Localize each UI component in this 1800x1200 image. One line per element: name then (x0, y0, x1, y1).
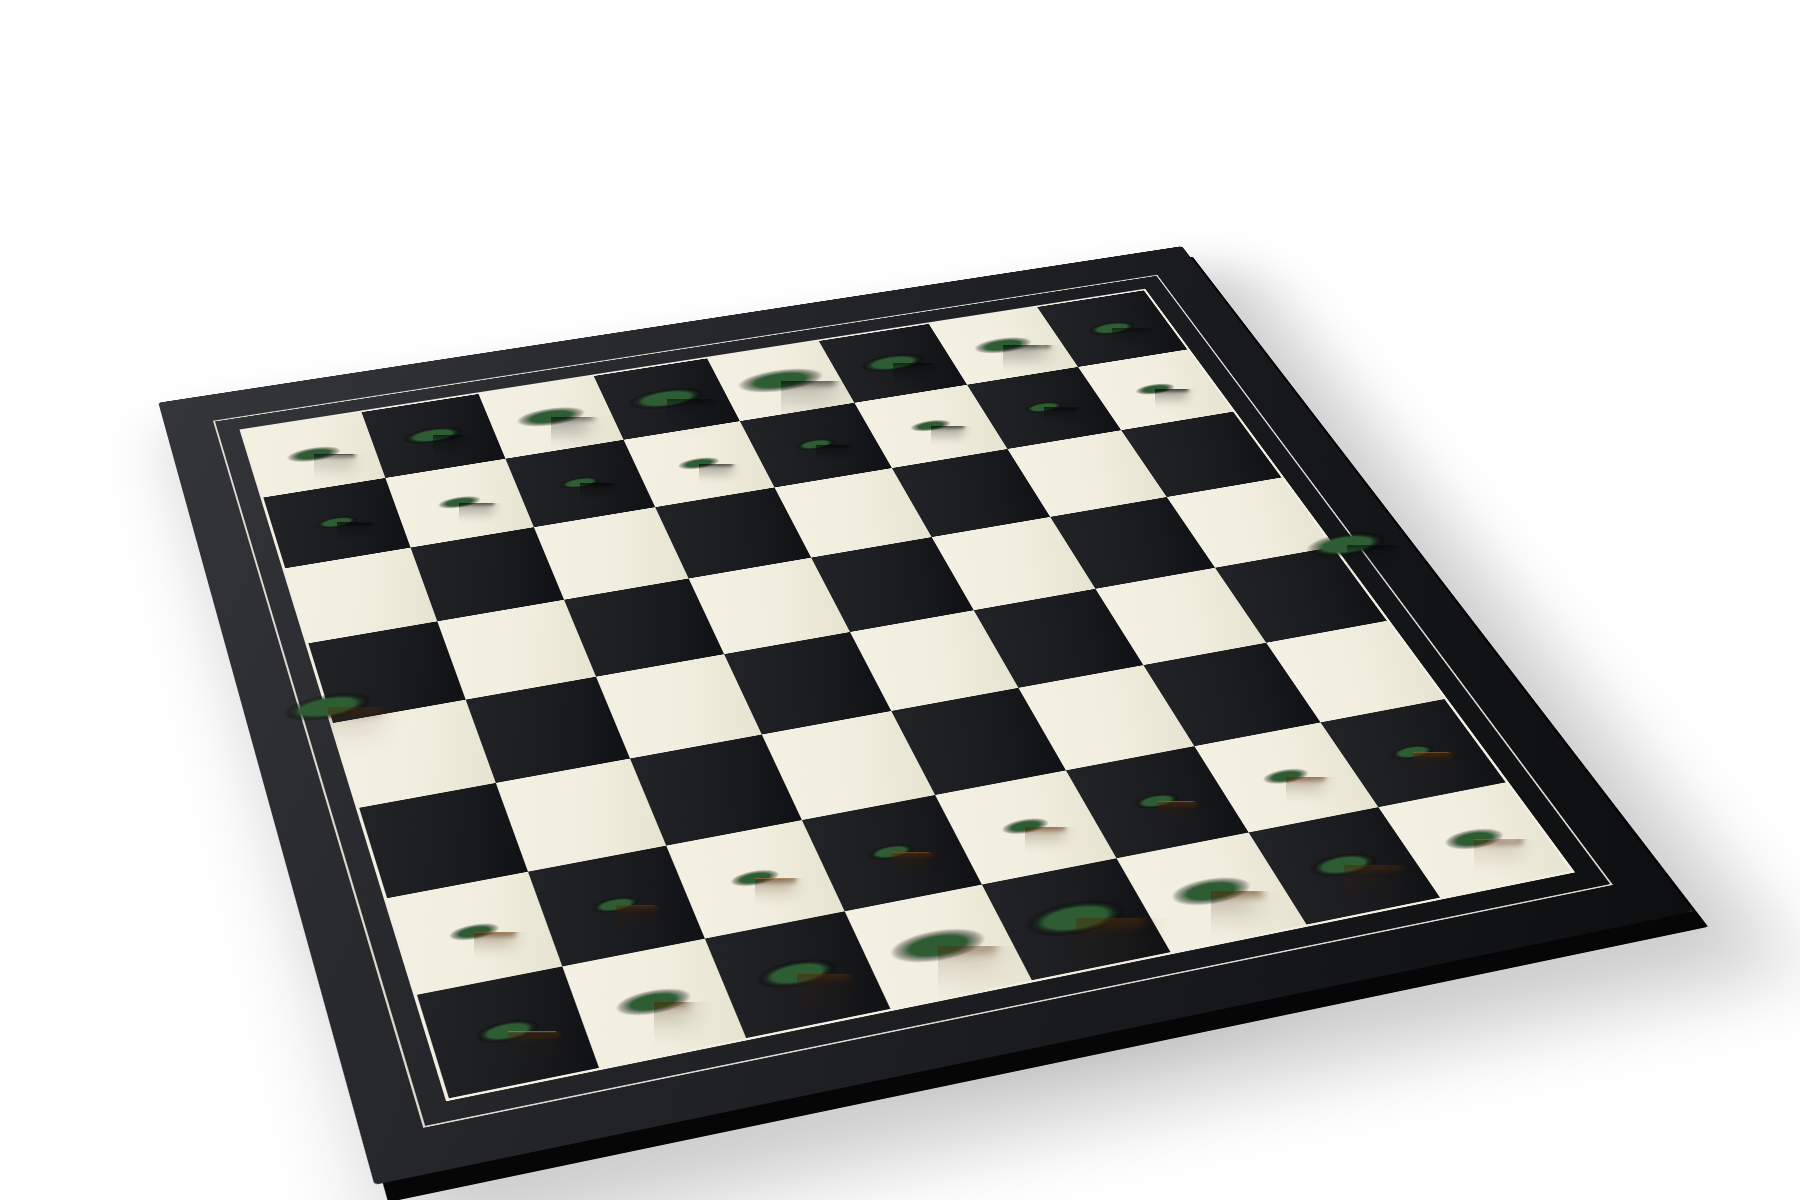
white-queen-glyph: ♛ (223, 507, 433, 742)
black-pawn-glyph: ♟ (1107, 298, 1203, 405)
black-pawn-glyph: ♟ (995, 316, 1091, 424)
white-knight-glyph: ♞ (563, 832, 743, 1032)
scene: ♜♞♝♛♚♝♞♜♟♟♟♟♟♟♟♟♛♛♟♟♟♟♟♟♟♟♜♞♝♛♚♝♞♜ (0, 0, 1800, 1200)
black-pawn-glyph: ♟ (766, 351, 864, 460)
black-pawn-glyph: ♟ (649, 370, 748, 480)
black-pawn-glyph: ♟ (530, 388, 630, 499)
chess-board: ♜♞♝♛♚♝♞♜♟♟♟♟♟♟♟♟♛♛♟♟♟♟♟♟♟♟♜♞♝♛♚♝♞♜ (158, 246, 1693, 1185)
black-pawn-glyph: ♟ (882, 333, 979, 441)
perspective-wrapper: ♜♞♝♛♚♝♞♜♟♟♟♟♟♟♟♟♛♛♟♟♟♟♟♟♟♟♜♞♝♛♚♝♞♜ (0, 0, 1800, 1200)
black-queen-glyph: ♛ (1248, 357, 1445, 577)
white-rook-glyph: ♜ (429, 883, 584, 1056)
